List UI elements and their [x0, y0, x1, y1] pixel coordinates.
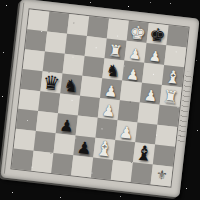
white-pawn-g7[interactable]: ♟	[148, 50, 162, 65]
square-a6[interactable]	[23, 49, 45, 71]
square-a3[interactable]	[16, 109, 38, 131]
square-b5[interactable]: ♛	[40, 71, 62, 93]
square-d7[interactable]	[85, 36, 107, 58]
background-speckles	[0, 0, 1, 1]
square-c8[interactable]	[67, 14, 89, 36]
square-c3[interactable]: ♟	[56, 113, 78, 135]
square-f4[interactable]	[118, 100, 140, 122]
square-g5[interactable]: ♟	[140, 83, 162, 105]
black-queen-b5[interactable]: ♛	[42, 72, 61, 93]
black-pawn-d2[interactable]: ♟	[76, 139, 93, 157]
square-h4[interactable]	[157, 105, 179, 127]
square-f6[interactable]: ♟	[122, 61, 144, 83]
square-a7[interactable]	[25, 29, 47, 51]
square-a1[interactable]	[11, 149, 33, 171]
square-b8[interactable]	[47, 12, 69, 34]
square-g7[interactable]: ♟	[144, 43, 166, 65]
square-b2[interactable]	[34, 131, 56, 153]
white-pawn-e4[interactable]: ♟	[101, 103, 116, 120]
white-pawn-g5[interactable]: ♟	[143, 88, 158, 104]
square-d1[interactable]	[71, 155, 93, 177]
square-b1[interactable]	[31, 151, 53, 173]
chess-board: ♚♚♜♟♟♞♟♝♛♞♟♟♜♟♟♟♟♝♝ ⚜	[0, 0, 199, 198]
maker-emblem-icon: ⚜	[152, 165, 172, 186]
square-f8[interactable]: ♚	[127, 21, 149, 43]
white-rook-h5[interactable]: ♜	[162, 88, 179, 107]
square-b4[interactable]	[38, 91, 60, 113]
square-h5[interactable]: ♜	[160, 85, 182, 107]
square-g6[interactable]	[142, 63, 164, 85]
square-a4[interactable]	[18, 89, 40, 111]
square-h2[interactable]	[153, 145, 175, 167]
black-bishop-g2[interactable]: ♝	[134, 142, 154, 164]
square-d3[interactable]	[76, 116, 98, 138]
square-f3[interactable]: ♟	[115, 120, 137, 142]
square-e1[interactable]	[91, 158, 113, 180]
square-f1[interactable]	[111, 160, 133, 182]
square-c4[interactable]	[58, 93, 80, 115]
square-e4[interactable]: ♟	[98, 98, 120, 120]
square-a8[interactable]	[27, 9, 49, 31]
black-king-g8[interactable]: ♚	[148, 25, 166, 45]
white-pawn-f7[interactable]: ♟	[128, 47, 142, 62]
square-c7[interactable]	[65, 34, 87, 56]
square-c5[interactable]: ♞	[60, 74, 82, 96]
square-f7[interactable]: ♟	[124, 41, 146, 63]
square-g4[interactable]	[137, 103, 159, 125]
black-pawn-c3[interactable]: ♟	[59, 118, 75, 135]
square-h8[interactable]	[166, 25, 188, 47]
board-grid: ♚♚♜♟♟♞♟♝♛♞♟♟♜♟♟♟♟♝♝	[11, 9, 188, 186]
square-h6[interactable]: ♝	[162, 65, 184, 87]
square-c2[interactable]	[53, 133, 75, 155]
square-d4[interactable]	[78, 96, 100, 118]
white-king-f8[interactable]: ♚	[129, 23, 147, 43]
square-d5[interactable]	[80, 76, 102, 98]
black-knight-c5[interactable]: ♞	[63, 77, 80, 96]
square-a2[interactable]	[14, 129, 36, 151]
black-knight-e6[interactable]: ♞	[105, 62, 121, 80]
square-d6[interactable]	[82, 56, 104, 78]
white-bishop-e2[interactable]: ♝	[94, 138, 114, 160]
square-h3[interactable]	[155, 125, 177, 147]
square-g1[interactable]	[131, 162, 153, 184]
square-e8[interactable]	[107, 19, 129, 41]
square-e7[interactable]: ♜	[105, 38, 127, 60]
square-b7[interactable]	[45, 32, 67, 54]
square-e6[interactable]: ♞	[102, 58, 124, 80]
white-pawn-e5[interactable]: ♟	[103, 84, 118, 100]
photo-scene: ♚♚♜♟♟♞♟♝♛♞♟♟♜♟♟♟♟♝♝ ⚜	[0, 0, 200, 200]
square-d8[interactable]	[87, 16, 109, 38]
square-a5[interactable]	[21, 69, 43, 91]
square-e2[interactable]: ♝	[93, 138, 115, 160]
square-c6[interactable]	[63, 54, 85, 76]
white-rook-e7[interactable]: ♜	[107, 43, 123, 60]
white-pawn-f6[interactable]: ♟	[126, 67, 140, 83]
white-bishop-h6[interactable]: ♝	[164, 68, 181, 87]
square-g2[interactable]: ♝	[133, 142, 155, 164]
square-f5[interactable]	[120, 80, 142, 102]
square-c1[interactable]	[51, 153, 73, 175]
square-d2[interactable]: ♟	[73, 135, 95, 157]
square-f2[interactable]	[113, 140, 135, 162]
square-h7[interactable]	[164, 45, 186, 67]
square-b3[interactable]	[36, 111, 58, 133]
square-e5[interactable]: ♟	[100, 78, 122, 100]
white-pawn-f3[interactable]: ♟	[118, 125, 134, 142]
square-g8[interactable]: ♚	[147, 23, 169, 45]
